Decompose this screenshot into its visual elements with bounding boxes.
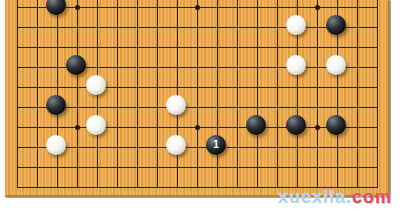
grid-line-vertical	[217, 0, 218, 188]
stone-white	[286, 15, 306, 35]
watermark-site-name: xuexila.	[278, 187, 352, 207]
grid-line-vertical	[177, 0, 178, 188]
star-point	[195, 125, 200, 130]
stone-white	[326, 55, 346, 75]
grid-line-horizontal	[17, 47, 378, 48]
stone-black	[326, 15, 346, 35]
grid-line-vertical	[57, 0, 58, 188]
grid-line-horizontal	[17, 27, 378, 28]
grid-line-vertical	[157, 0, 158, 188]
grid-line-vertical	[197, 0, 198, 188]
stone-black	[246, 115, 266, 135]
grid-line-vertical	[357, 0, 358, 188]
grid-line-vertical	[117, 0, 118, 188]
grid-line-vertical	[77, 0, 78, 188]
stone-white	[286, 55, 306, 75]
star-point	[315, 5, 320, 10]
stone-black	[66, 55, 86, 75]
watermark: xuexila.com	[278, 187, 392, 208]
stone-black	[326, 115, 346, 135]
grid-line-vertical	[237, 0, 238, 188]
grid-line-vertical	[137, 0, 138, 188]
grid-line-vertical	[17, 0, 18, 188]
stone-black-move-1: 1	[206, 135, 226, 155]
stone-white	[46, 135, 66, 155]
grid-line-horizontal	[17, 87, 378, 88]
move-number-label: 1	[206, 135, 226, 155]
star-point	[315, 125, 320, 130]
stone-black	[286, 115, 306, 135]
stone-black	[46, 0, 66, 15]
grid-line-vertical	[317, 0, 318, 188]
star-point	[75, 125, 80, 130]
grid-line-vertical	[257, 0, 258, 188]
stone-white	[86, 75, 106, 95]
star-point	[195, 5, 200, 10]
stone-white	[86, 115, 106, 135]
grid-line-vertical	[377, 0, 378, 188]
stone-white	[166, 95, 186, 115]
grid-line-vertical	[277, 0, 278, 188]
grid-line-horizontal	[17, 107, 378, 108]
star-point	[75, 5, 80, 10]
screenshot-page: 1 xuexila.com	[0, 0, 400, 209]
grid-line-vertical	[37, 0, 38, 188]
grid-line-horizontal	[17, 147, 378, 148]
stone-black	[46, 95, 66, 115]
grid-line-horizontal	[17, 167, 378, 168]
go-board[interactable]: 1	[5, 0, 390, 197]
stone-white	[166, 135, 186, 155]
watermark-domain-suffix: com	[352, 187, 392, 207]
